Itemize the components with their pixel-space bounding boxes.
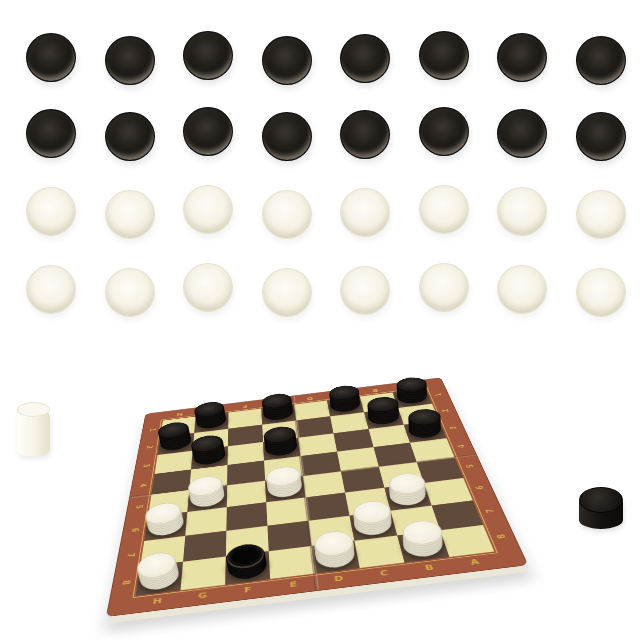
piece-black-cup-f8[interactable]	[228, 553, 267, 582]
square-d3[interactable]	[298, 433, 337, 456]
square-d8[interactable]	[312, 541, 360, 574]
product-photo-stage: HGFEDCBA HGFEDCBA 12345678 12345678	[0, 0, 640, 640]
square-g8[interactable]	[181, 557, 226, 591]
square-c7[interactable]	[350, 511, 398, 541]
loose-white-piece[interactable]	[183, 263, 233, 312]
loose-black-piece[interactable]	[262, 36, 312, 85]
file-label-near-D: D	[315, 572, 362, 586]
loose-black-piece[interactable]	[419, 31, 469, 80]
loose-white-piece[interactable]	[262, 190, 312, 239]
square-b8[interactable]	[397, 530, 449, 562]
piece-white-b8[interactable]	[401, 532, 446, 560]
loose-black-piece[interactable]	[183, 107, 233, 156]
checkers-board: HGFEDCBA HGFEDCBA 12345678 12345678	[107, 378, 527, 616]
square-g5[interactable]	[187, 485, 227, 512]
loose-black-piece[interactable]	[105, 112, 155, 161]
loose-white-piece[interactable]	[340, 188, 390, 237]
loose-black-piece[interactable]	[576, 36, 626, 85]
piece-white-c7[interactable]	[353, 513, 395, 539]
loose-black-piece[interactable]	[26, 109, 76, 158]
square-a4[interactable]	[410, 438, 455, 462]
loose-black-piece[interactable]	[497, 109, 547, 158]
piece-white-d8[interactable]	[315, 543, 357, 572]
file-label-near-G: G	[179, 588, 225, 602]
loose-white-piece[interactable]	[497, 187, 547, 236]
piece-black-e3[interactable]	[265, 439, 298, 459]
square-b3[interactable]	[369, 425, 410, 447]
tray-row-2	[26, 108, 626, 158]
loose-black-piece[interactable]	[26, 33, 76, 82]
square-c8[interactable]	[354, 535, 404, 568]
loose-white-piece[interactable]	[497, 265, 547, 314]
piece-white-b6[interactable]	[387, 485, 428, 509]
piece-white-h8[interactable]	[139, 564, 180, 593]
square-f5[interactable]	[227, 481, 266, 507]
file-label-near-F: F	[225, 583, 271, 597]
loose-black-piece[interactable]	[105, 36, 155, 85]
piece-white-e5[interactable]	[268, 478, 303, 501]
square-c4[interactable]	[337, 447, 379, 471]
tray-row-3	[26, 186, 626, 236]
loose-black-piece[interactable]	[340, 34, 390, 83]
piece-black-h2[interactable]	[160, 434, 192, 453]
file-label-near-H: H	[134, 594, 180, 608]
square-e6[interactable]	[266, 497, 308, 525]
square-e3[interactable]	[263, 438, 300, 461]
square-h8[interactable]	[136, 562, 183, 596]
loose-white-piece[interactable]	[576, 190, 626, 239]
tray-row-1	[26, 32, 626, 82]
spare-black-piece[interactable]	[579, 487, 623, 529]
file-label-near-C: C	[361, 566, 408, 580]
square-b4[interactable]	[374, 443, 417, 467]
square-f8[interactable]	[225, 551, 270, 584]
file-label-near-A: A	[451, 555, 499, 569]
loose-black-piece[interactable]	[183, 31, 233, 80]
loose-black-piece[interactable]	[340, 110, 390, 159]
loose-white-piece[interactable]	[105, 190, 155, 239]
file-label-near-E: E	[270, 577, 316, 591]
loose-white-piece[interactable]	[105, 268, 155, 317]
file-label-near-B: B	[406, 561, 454, 575]
square-h6[interactable]	[144, 512, 187, 541]
spare-white-piece-stack[interactable]	[17, 408, 50, 456]
piece-white-h6[interactable]	[147, 514, 185, 539]
loose-white-piece[interactable]	[576, 268, 626, 317]
square-f3[interactable]	[228, 442, 264, 465]
loose-black-piece[interactable]	[497, 33, 547, 82]
board-scene: HGFEDCBA HGFEDCBA 12345678 12345678	[109, 282, 497, 640]
loose-black-piece[interactable]	[262, 112, 312, 161]
square-c3[interactable]	[333, 429, 373, 452]
square-e5[interactable]	[265, 476, 306, 502]
loose-white-piece[interactable]	[183, 185, 233, 234]
square-e8[interactable]	[269, 546, 315, 579]
loose-black-piece[interactable]	[576, 112, 626, 161]
loose-white-piece[interactable]	[26, 265, 76, 314]
board-squares	[136, 388, 494, 595]
spare-black-piece-top	[579, 487, 623, 513]
piece-white-g5[interactable]	[190, 487, 225, 510]
square-d4[interactable]	[301, 452, 341, 476]
square-a3[interactable]	[404, 420, 447, 442]
loose-white-piece[interactable]	[419, 185, 469, 234]
loose-black-piece[interactable]	[419, 107, 469, 156]
loose-white-piece[interactable]	[26, 187, 76, 236]
square-f4[interactable]	[227, 461, 265, 486]
piece-black-g3[interactable]	[194, 448, 226, 468]
square-a8[interactable]	[440, 525, 494, 557]
